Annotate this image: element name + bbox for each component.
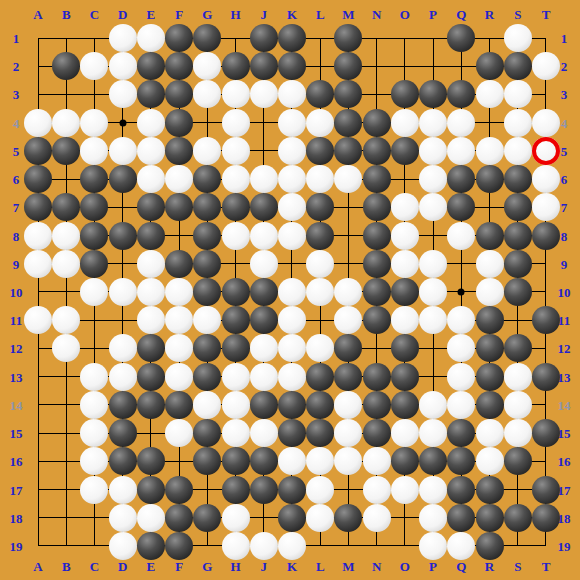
col-label-top-T: T [542,8,551,21]
col-label-bottom-S: S [514,560,521,573]
stone-black [250,24,278,52]
stone-white [165,165,193,193]
stone-white [193,306,221,334]
col-label-top-Q: Q [456,8,466,21]
stone-white [532,52,560,80]
stone-white [419,165,447,193]
stone-black [447,24,475,52]
stone-black [476,476,504,504]
stone-white [278,193,306,221]
row-label-right-8: 8 [561,229,568,242]
col-label-top-H: H [230,8,240,21]
stone-white [278,222,306,250]
row-label-left-10: 10 [10,285,23,298]
stone-white [137,109,165,137]
col-label-top-B: B [62,8,71,21]
stone-black [532,222,560,250]
stone-white [278,137,306,165]
stone-white [80,419,108,447]
stone-white [278,109,306,137]
stone-white [250,532,278,560]
stone-black [306,137,334,165]
stone-black [137,391,165,419]
stone-black [250,306,278,334]
col-label-bottom-R: R [485,560,494,573]
stone-black [250,447,278,475]
stone-black [306,193,334,221]
stone-black [504,447,532,475]
stone-white [222,419,250,447]
stone-black [278,24,306,52]
col-label-bottom-E: E [147,560,156,573]
stone-white [278,532,306,560]
col-label-top-L: L [316,8,325,21]
stone-black [391,447,419,475]
stone-black [52,137,80,165]
stone-white [137,137,165,165]
stone-black [137,447,165,475]
stone-black [504,504,532,532]
stone-white [137,504,165,532]
stone-black [278,419,306,447]
stone-white [109,504,137,532]
stone-black [306,391,334,419]
stone-black [306,222,334,250]
stone-black [447,447,475,475]
stone-white [222,391,250,419]
stone-black [165,24,193,52]
stone-black [363,419,391,447]
stone-white [278,363,306,391]
stone-black [137,222,165,250]
stone-black [278,504,306,532]
stone-white [165,419,193,447]
stone-black [391,278,419,306]
stone-black [476,52,504,80]
stone-white [306,334,334,362]
stone-black [222,306,250,334]
stone-black [165,137,193,165]
col-label-bottom-C: C [90,560,99,573]
row-label-left-14: 14 [10,398,23,411]
stone-black [334,109,362,137]
stone-white [24,306,52,334]
stone-black [504,334,532,362]
col-label-top-P: P [429,8,437,21]
stone-white [419,476,447,504]
stone-white [532,109,560,137]
stone-white [447,334,475,362]
row-label-left-12: 12 [10,342,23,355]
stone-black [109,447,137,475]
stone-white [532,165,560,193]
stone-white [504,24,532,52]
row-label-right-14: 14 [558,398,571,411]
stone-white [334,306,362,334]
stone-black [278,391,306,419]
stone-black [447,419,475,447]
col-label-top-G: G [202,8,212,21]
col-label-top-M: M [342,8,354,21]
stone-white [165,306,193,334]
col-label-top-D: D [118,8,127,21]
stone-white [419,109,447,137]
col-label-bottom-N: N [372,560,381,573]
stone-white [193,80,221,108]
col-label-top-R: R [485,8,494,21]
stone-white [447,306,475,334]
stone-black [363,193,391,221]
stone-black [447,504,475,532]
col-label-top-E: E [147,8,156,21]
stone-white [109,278,137,306]
stone-white [278,306,306,334]
stone-white [391,250,419,278]
stone-white [476,278,504,306]
row-label-left-1: 1 [13,32,20,45]
stone-black [193,363,221,391]
col-label-bottom-M: M [342,560,354,573]
stone-white [334,447,362,475]
row-label-left-6: 6 [13,173,20,186]
stone-white [363,476,391,504]
stone-black [306,363,334,391]
stone-white [419,391,447,419]
stone-white [504,419,532,447]
col-label-top-F: F [175,8,183,21]
stone-black [24,137,52,165]
stone-white [250,363,278,391]
stone-black [363,109,391,137]
col-label-top-O: O [400,8,410,21]
stone-black [278,476,306,504]
stone-black [222,334,250,362]
stone-black [504,52,532,80]
stone-white [306,278,334,306]
stone-white [391,109,419,137]
stone-black [193,419,221,447]
stone-white [476,419,504,447]
stone-white [165,278,193,306]
stone-white [363,504,391,532]
stone-white [447,137,475,165]
stone-black [250,391,278,419]
stone-black [504,278,532,306]
stone-white [137,24,165,52]
stone-black [334,52,362,80]
col-label-top-N: N [372,8,381,21]
stone-white [165,334,193,362]
stone-black [476,165,504,193]
stone-black [532,476,560,504]
row-label-right-1: 1 [561,32,568,45]
stone-black [165,504,193,532]
star-point [458,288,465,295]
stone-white [109,532,137,560]
col-label-bottom-H: H [230,560,240,573]
stone-black [278,52,306,80]
stone-white [137,278,165,306]
stone-black [165,193,193,221]
stone-black [476,222,504,250]
stone-white [193,391,221,419]
row-label-left-2: 2 [13,60,20,73]
stone-black [193,504,221,532]
row-label-left-18: 18 [10,511,23,524]
stone-black [391,334,419,362]
stone-white [447,363,475,391]
stone-white [137,165,165,193]
stone-white [109,334,137,362]
stone-black [165,80,193,108]
stone-white [24,109,52,137]
stone-black [504,193,532,221]
row-label-left-9: 9 [13,257,20,270]
stone-white [391,419,419,447]
stone-black [476,306,504,334]
stone-black [80,165,108,193]
stone-black [193,222,221,250]
row-label-left-13: 13 [10,370,23,383]
row-label-left-16: 16 [10,455,23,468]
stone-black [52,193,80,221]
go-board-diagram: AABBCCDDEEFFGGHHJJKKLLMMNNOOPPQQRRSSTT11… [0,0,580,580]
stone-black [222,476,250,504]
stone-black [363,165,391,193]
stone-black [109,165,137,193]
stone-black [363,137,391,165]
stone-black [80,250,108,278]
stone-white [419,193,447,221]
stone-white [447,109,475,137]
stone-white [504,80,532,108]
stone-white [222,80,250,108]
stone-black [137,52,165,80]
row-label-right-12: 12 [558,342,571,355]
stone-black [363,391,391,419]
stone-white [419,306,447,334]
col-label-top-C: C [90,8,99,21]
stone-white [137,306,165,334]
stone-white [334,165,362,193]
stone-black [222,278,250,306]
stone-black [24,193,52,221]
stone-black [391,363,419,391]
stone-black [504,222,532,250]
stone-white [80,391,108,419]
row-label-left-8: 8 [13,229,20,242]
stone-black [137,363,165,391]
stone-black [363,250,391,278]
stone-white [419,278,447,306]
row-label-left-11: 11 [10,314,22,327]
stone-white [193,52,221,80]
stone-black [165,250,193,278]
col-label-bottom-J: J [261,560,268,573]
row-label-right-5: 5 [561,144,568,157]
stone-black [363,306,391,334]
stone-white [419,137,447,165]
col-label-bottom-F: F [175,560,183,573]
row-label-right-6: 6 [561,173,568,186]
stone-black [532,363,560,391]
stone-white [80,109,108,137]
stone-black [52,52,80,80]
stone-white [476,447,504,475]
stone-black [109,391,137,419]
col-label-bottom-D: D [118,560,127,573]
stone-white [306,165,334,193]
stone-black [193,24,221,52]
stone-black [447,193,475,221]
stone-white [165,363,193,391]
stone-white [504,137,532,165]
stone-black [363,363,391,391]
stone-black [306,419,334,447]
row-label-left-7: 7 [13,201,20,214]
stone-black [476,334,504,362]
stone-white [52,250,80,278]
stone-black [193,250,221,278]
stone-black [363,278,391,306]
stone-white [334,419,362,447]
stone-black [137,532,165,560]
stone-black [222,193,250,221]
stone-black [363,222,391,250]
row-label-left-17: 17 [10,483,23,496]
stone-white [80,278,108,306]
row-label-left-15: 15 [10,427,23,440]
stone-black [447,80,475,108]
col-label-top-J: J [261,8,268,21]
stone-white [222,504,250,532]
stone-white [109,476,137,504]
col-label-bottom-P: P [429,560,437,573]
stone-white [193,137,221,165]
stone-white [109,137,137,165]
stone-white [476,250,504,278]
stone-white [278,334,306,362]
stone-white [109,363,137,391]
stone-black [193,447,221,475]
stone-white [391,222,419,250]
stone-white [447,532,475,560]
stone-white [80,447,108,475]
last-move-marker [532,137,560,165]
col-label-bottom-T: T [542,560,551,573]
stone-white [334,278,362,306]
stone-black [193,193,221,221]
stone-black [222,52,250,80]
stone-white [250,250,278,278]
stone-black [222,447,250,475]
stone-white [80,137,108,165]
stone-white [419,250,447,278]
stone-white [80,476,108,504]
stone-white [222,222,250,250]
row-label-right-10: 10 [558,285,571,298]
stone-white [306,109,334,137]
stone-white [24,222,52,250]
col-label-top-S: S [514,8,521,21]
stone-black [504,250,532,278]
stone-white [447,391,475,419]
stone-black [193,165,221,193]
col-label-bottom-A: A [33,560,42,573]
stone-white [222,109,250,137]
col-label-bottom-B: B [62,560,71,573]
stone-black [476,363,504,391]
stone-white [306,447,334,475]
stone-black [250,193,278,221]
stone-white [250,334,278,362]
stone-white [222,137,250,165]
stone-white [222,532,250,560]
row-label-left-5: 5 [13,144,20,157]
stone-white [447,222,475,250]
stone-white [391,476,419,504]
stone-black [137,334,165,362]
stone-white [306,476,334,504]
stone-white [250,165,278,193]
stone-white [476,137,504,165]
col-label-top-A: A [33,8,42,21]
col-label-bottom-G: G [202,560,212,573]
stone-white [52,306,80,334]
stone-black [306,80,334,108]
stone-black [250,476,278,504]
stone-white [476,80,504,108]
stone-black [334,24,362,52]
stone-white [391,193,419,221]
stone-white [109,24,137,52]
stone-black [447,165,475,193]
stone-black [532,419,560,447]
stone-black [532,306,560,334]
stone-white [109,80,137,108]
stone-black [250,52,278,80]
stone-white [137,250,165,278]
stone-black [80,193,108,221]
stone-black [476,391,504,419]
stone-black [109,222,137,250]
row-label-right-7: 7 [561,201,568,214]
stone-black [165,52,193,80]
stone-white [504,363,532,391]
stone-black [391,391,419,419]
stone-white [391,306,419,334]
col-label-bottom-K: K [287,560,297,573]
stone-black [80,222,108,250]
row-label-right-19: 19 [558,539,571,552]
stone-black [193,334,221,362]
stone-white [24,250,52,278]
stone-white [334,391,362,419]
stone-white [419,504,447,532]
stone-white [52,109,80,137]
col-label-bottom-L: L [316,560,325,573]
row-label-right-2: 2 [561,60,568,73]
row-label-right-9: 9 [561,257,568,270]
stone-white [278,165,306,193]
stone-white [278,278,306,306]
stone-black [334,334,362,362]
stone-black [165,532,193,560]
stone-white [504,109,532,137]
stone-white [419,532,447,560]
stone-white [222,363,250,391]
stone-white [109,52,137,80]
